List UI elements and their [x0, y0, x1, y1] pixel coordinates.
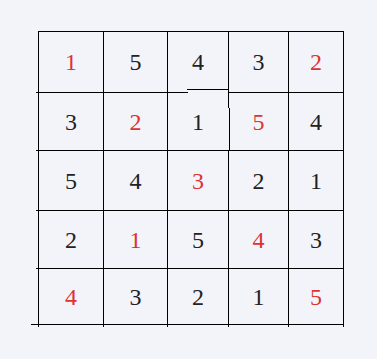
grid-cell-r2c4: 5 — [229, 93, 289, 151]
cell-digit: 3 — [192, 169, 204, 193]
grid-cell-r2c3: 1 — [168, 93, 229, 151]
grid-line-stub — [103, 324, 104, 327]
grid-line-stub — [167, 324, 168, 327]
grid-cell-r5c2: 3 — [104, 269, 168, 324]
cell-digit: 1 — [253, 285, 265, 309]
grid-glitch-erase-horizontal — [188, 92, 228, 93]
grid-line-stub — [288, 324, 289, 327]
grid-cell-r4c5: 3 — [289, 211, 343, 269]
cell-digit: 4 — [310, 110, 322, 134]
grid-line-stub — [343, 324, 344, 327]
cell-digit: 3 — [253, 50, 265, 74]
grid-cell-r5c3: 2 — [168, 269, 229, 324]
cell-digit: 3 — [130, 285, 142, 309]
grid-line-stub — [36, 92, 39, 93]
grid-cell-r3c5: 1 — [289, 151, 343, 211]
grid-cell-r4c3: 5 — [168, 211, 229, 269]
grid-line-stub — [36, 210, 39, 211]
grid-cell-r3c4: 2 — [229, 151, 289, 211]
grid-cell-r5c1: 4 — [39, 269, 104, 324]
grid-cell-r1c4: 3 — [229, 32, 289, 93]
grid-line-stub — [36, 268, 39, 269]
grid-cell-r1c3: 4 — [168, 32, 229, 93]
cell-digit: 5 — [65, 169, 77, 193]
grid-cell-r2c5: 4 — [289, 93, 343, 151]
cell-digit: 1 — [130, 228, 142, 252]
cell-digit: 2 — [65, 228, 77, 252]
grid-cell-r5c4: 1 — [229, 269, 289, 324]
cell-digit: 2 — [253, 169, 265, 193]
cell-digit: 5 — [192, 228, 204, 252]
cell-digit: 2 — [192, 285, 204, 309]
grid-cell-r3c1: 5 — [39, 151, 104, 211]
grid-cell-r3c2: 4 — [104, 151, 168, 211]
grid-cell-r4c1: 2 — [39, 211, 104, 269]
cell-digit: 4 — [253, 228, 265, 252]
latin-square-board: 1543232154543212154343215 — [38, 31, 344, 325]
cell-digit: 3 — [310, 228, 322, 252]
grid-glitch-line-vertical-upper — [228, 93, 229, 108]
grid-cell-r5c5: 5 — [289, 269, 343, 324]
cell-digit: 4 — [65, 285, 77, 309]
cell-digit: 5 — [253, 110, 265, 134]
grid-cell-r4c4: 4 — [229, 211, 289, 269]
grid-glitch-line-vertical-lower — [229, 108, 230, 150]
cell-digit: 2 — [310, 50, 322, 74]
grid-cell-r2c1: 3 — [39, 93, 104, 151]
grid-glitch-line-horizontal — [187, 89, 229, 90]
cell-digit: 1 — [310, 169, 322, 193]
grid-line-stub — [228, 324, 229, 327]
grid-cell-r1c5: 2 — [289, 32, 343, 93]
grid-cell-r4c2: 1 — [104, 211, 168, 269]
grid-cell-r2c2: 2 — [104, 93, 168, 151]
cell-digit: 5 — [130, 50, 142, 74]
latin-square-grid: 1543232154543212154343215 — [39, 32, 343, 324]
grid-line-stub — [31, 324, 39, 325]
cell-digit: 5 — [310, 285, 322, 309]
cell-digit: 1 — [65, 50, 77, 74]
grid-cell-r1c2: 5 — [104, 32, 168, 93]
grid-line-stub — [36, 150, 39, 151]
cell-digit: 4 — [192, 50, 204, 74]
cell-digit: 3 — [65, 110, 77, 134]
grid-cell-r3c3: 3 — [168, 151, 229, 211]
cell-digit: 2 — [130, 110, 142, 134]
grid-cell-r1c1: 1 — [39, 32, 104, 93]
cell-digit: 1 — [192, 110, 204, 134]
cell-digit: 4 — [130, 169, 142, 193]
